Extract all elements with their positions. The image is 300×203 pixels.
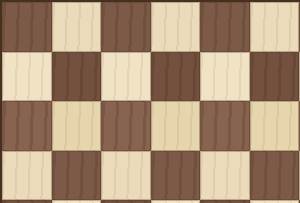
square-r1c1-dark	[52, 52, 102, 102]
square-r4c0-dark	[2, 200, 52, 203]
square-r4c4-dark	[200, 200, 250, 203]
square-r3c6-light	[299, 151, 300, 201]
square-r1c3-dark	[151, 52, 201, 102]
square-r4c2-dark	[101, 200, 151, 203]
square-r3c1-dark	[52, 151, 102, 201]
square-r4c6-dark	[299, 200, 300, 203]
square-r4c5-light	[250, 200, 300, 203]
square-r3c3-dark	[151, 151, 201, 201]
square-r2c3-light	[151, 101, 201, 151]
square-r2c0-dark	[2, 101, 52, 151]
chess-board	[0, 0, 300, 203]
square-r1c4-light	[200, 52, 250, 102]
square-r1c0-light	[2, 52, 52, 102]
square-r0c5-light	[250, 2, 300, 52]
square-r2c1-light	[52, 101, 102, 151]
square-r4c1-light	[52, 200, 102, 203]
square-r0c0-dark	[2, 2, 52, 52]
square-r0c6-dark	[299, 2, 300, 52]
square-r0c2-dark	[101, 2, 151, 52]
square-r2c4-dark	[200, 101, 250, 151]
square-r0c1-light	[52, 2, 102, 52]
square-r4c3-light	[151, 200, 201, 203]
square-r1c5-dark	[250, 52, 300, 102]
square-r2c5-light	[250, 101, 300, 151]
square-r1c6-light	[299, 52, 300, 102]
product-photo	[0, 0, 300, 203]
square-r3c4-light	[200, 151, 250, 201]
square-r2c6-dark	[299, 101, 300, 151]
square-r2c2-dark	[101, 101, 151, 151]
square-r3c5-dark	[250, 151, 300, 201]
square-r0c4-dark	[200, 2, 250, 52]
square-r0c3-light	[151, 2, 201, 52]
square-r3c0-light	[2, 151, 52, 201]
square-r1c2-light	[101, 52, 151, 102]
square-r3c2-light	[101, 151, 151, 201]
